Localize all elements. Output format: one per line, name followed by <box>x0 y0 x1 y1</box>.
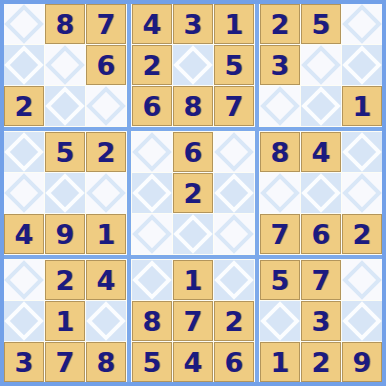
cell-r7c5: 1 <box>173 260 213 300</box>
cell-r4c9[interactable] <box>342 132 382 172</box>
cell-r2c5[interactable] <box>173 45 213 85</box>
cell-r5c5: 2 <box>173 173 213 213</box>
cell-r7c2: 2 <box>45 260 85 300</box>
cell-r8c6: 2 <box>214 301 254 341</box>
cell-r4c1[interactable] <box>4 132 44 172</box>
cell-r6c6[interactable] <box>214 214 254 254</box>
diamond-pattern-icon <box>301 45 341 85</box>
cell-r6c5[interactable] <box>173 214 213 254</box>
cell-r3c5: 8 <box>173 86 213 126</box>
cell-r9c3: 8 <box>86 342 126 382</box>
cell-r4c2: 5 <box>45 132 85 172</box>
diamond-pattern-icon <box>4 301 44 341</box>
cell-r2c3: 6 <box>86 45 126 85</box>
cell-r3c4: 6 <box>132 86 172 126</box>
cell-r9c9: 9 <box>342 342 382 382</box>
cell-r2c8[interactable] <box>301 45 341 85</box>
cell-r4c8: 4 <box>301 132 341 172</box>
cell-r2c1[interactable] <box>4 45 44 85</box>
cell-r2c9[interactable] <box>342 45 382 85</box>
diamond-pattern-icon <box>301 86 341 126</box>
cell-r8c7[interactable] <box>260 301 300 341</box>
cell-r2c7: 3 <box>260 45 300 85</box>
cell-r7c4[interactable] <box>132 260 172 300</box>
diamond-pattern-icon <box>342 45 382 85</box>
cell-r8c4: 8 <box>132 301 172 341</box>
diamond-pattern-icon <box>342 4 382 44</box>
cell-r9c7: 1 <box>260 342 300 382</box>
cell-r5c8[interactable] <box>301 173 341 213</box>
diamond-pattern-icon <box>132 260 172 300</box>
cell-r8c2: 1 <box>45 301 85 341</box>
diamond-pattern-icon <box>132 173 172 213</box>
diamond-pattern-icon <box>260 301 300 341</box>
diamond-pattern-icon <box>214 260 254 300</box>
diamond-pattern-icon <box>86 86 126 126</box>
diamond-pattern-icon <box>4 45 44 85</box>
cell-r4c5: 6 <box>173 132 213 172</box>
cell-r6c7: 7 <box>260 214 300 254</box>
diamond-pattern-icon <box>342 301 382 341</box>
cell-r1c8: 5 <box>301 4 341 44</box>
box-separator-horizontal <box>4 255 382 259</box>
cell-r7c1[interactable] <box>4 260 44 300</box>
cell-r9c1: 3 <box>4 342 44 382</box>
cell-r6c1: 4 <box>4 214 44 254</box>
diamond-pattern-icon <box>342 173 382 213</box>
diamond-pattern-icon <box>4 132 44 172</box>
cell-r9c6: 6 <box>214 342 254 382</box>
cell-r7c6[interactable] <box>214 260 254 300</box>
cell-r9c2: 7 <box>45 342 85 382</box>
diamond-pattern-icon <box>45 173 85 213</box>
cell-r3c9: 1 <box>342 86 382 126</box>
box-separator-vertical <box>255 4 259 382</box>
cell-r3c6: 7 <box>214 86 254 126</box>
diamond-pattern-icon <box>173 214 213 254</box>
cell-r2c4: 2 <box>132 45 172 85</box>
diamond-pattern-icon <box>4 4 44 44</box>
cell-r2c2[interactable] <box>45 45 85 85</box>
cell-r5c1[interactable] <box>4 173 44 213</box>
diamond-pattern-icon <box>132 214 172 254</box>
cell-r6c8: 6 <box>301 214 341 254</box>
cell-r1c9[interactable] <box>342 4 382 44</box>
cell-r5c7[interactable] <box>260 173 300 213</box>
diamond-pattern-icon <box>260 173 300 213</box>
cell-r1c6: 1 <box>214 4 254 44</box>
cell-r7c7: 5 <box>260 260 300 300</box>
cell-r1c7: 2 <box>260 4 300 44</box>
diamond-pattern-icon <box>214 132 254 172</box>
cell-r3c7[interactable] <box>260 86 300 126</box>
cell-r4c4[interactable] <box>132 132 172 172</box>
cell-r3c1: 2 <box>4 86 44 126</box>
cell-r7c8: 7 <box>301 260 341 300</box>
cell-r3c3[interactable] <box>86 86 126 126</box>
cell-r4c3: 2 <box>86 132 126 172</box>
cell-r7c9[interactable] <box>342 260 382 300</box>
diamond-pattern-icon <box>86 301 126 341</box>
diamond-pattern-icon <box>260 86 300 126</box>
diamond-pattern-icon <box>214 214 254 254</box>
sudoku-board: 8743125625326871526842491762241571872337… <box>0 0 386 386</box>
cell-r8c8: 3 <box>301 301 341 341</box>
cell-r4c7: 8 <box>260 132 300 172</box>
cell-r6c2: 9 <box>45 214 85 254</box>
diamond-pattern-icon <box>173 45 213 85</box>
cell-r9c5: 4 <box>173 342 213 382</box>
cell-r2c6: 5 <box>214 45 254 85</box>
diamond-pattern-icon <box>45 86 85 126</box>
cell-r6c3: 1 <box>86 214 126 254</box>
sudoku-app: 8743125625326871526842491762241571872337… <box>0 0 386 386</box>
cell-r5c4[interactable] <box>132 173 172 213</box>
cell-r8c3[interactable] <box>86 301 126 341</box>
cell-r9c8: 2 <box>301 342 341 382</box>
cell-r1c5: 3 <box>173 4 213 44</box>
diamond-pattern-icon <box>45 45 85 85</box>
cell-r4c6[interactable] <box>214 132 254 172</box>
diamond-pattern-icon <box>214 173 254 213</box>
diamond-pattern-icon <box>132 132 172 172</box>
diamond-pattern-icon <box>342 132 382 172</box>
cell-r8c1[interactable] <box>4 301 44 341</box>
diamond-pattern-icon <box>4 260 44 300</box>
cell-r6c9: 2 <box>342 214 382 254</box>
diamond-pattern-icon <box>4 173 44 213</box>
box-separator-vertical <box>127 4 131 382</box>
cell-r6c4[interactable] <box>132 214 172 254</box>
cell-r3c2[interactable] <box>45 86 85 126</box>
box-separator-horizontal <box>4 127 382 131</box>
diamond-pattern-icon <box>86 173 126 213</box>
cell-r5c3[interactable] <box>86 173 126 213</box>
cell-r7c3: 4 <box>86 260 126 300</box>
cell-r3c8[interactable] <box>301 86 341 126</box>
cell-r5c9[interactable] <box>342 173 382 213</box>
cell-r5c6[interactable] <box>214 173 254 213</box>
cell-r1c1[interactable] <box>4 4 44 44</box>
cell-r1c3: 7 <box>86 4 126 44</box>
cell-r5c2[interactable] <box>45 173 85 213</box>
cell-r9c4: 5 <box>132 342 172 382</box>
diamond-pattern-icon <box>301 173 341 213</box>
cell-r8c5: 7 <box>173 301 213 341</box>
cell-r1c2: 8 <box>45 4 85 44</box>
cell-r1c4: 4 <box>132 4 172 44</box>
diamond-pattern-icon <box>342 260 382 300</box>
cell-r8c9[interactable] <box>342 301 382 341</box>
